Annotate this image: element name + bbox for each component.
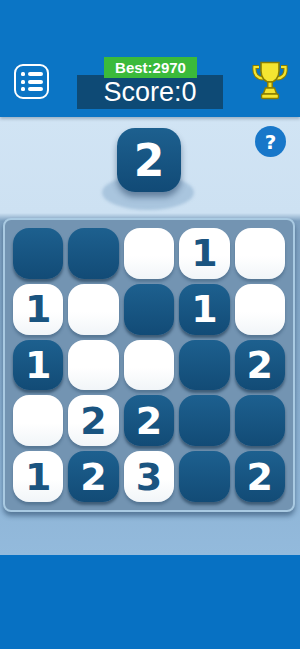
board-cell-r2c4[interactable]: 1 [179,284,229,335]
board-cell-r2c2[interactable] [68,284,118,335]
board-cell-r1c4[interactable]: 1 [179,228,229,279]
board-cell-r3c3[interactable] [124,340,174,391]
trophy-icon[interactable] [251,59,289,101]
tile-number: 1 [191,234,217,272]
board-cell-r4c2[interactable]: 2 [68,395,118,446]
tile-number: 2 [80,402,106,440]
board-cell-r5c5[interactable]: 2 [235,451,285,502]
menu-button[interactable] [14,64,49,99]
next-tile-value: 2 [134,135,165,186]
tile-number: 2 [136,402,162,440]
board-cell-r5c4[interactable] [179,451,229,502]
board-cell-r3c4[interactable] [179,340,229,391]
board-cell-r5c3[interactable]: 3 [124,451,174,502]
tile-number: 1 [25,290,51,328]
board-cell-r5c1[interactable]: 1 [13,451,63,502]
board-cell-r5c2[interactable]: 2 [68,451,118,502]
board-cell-r3c5[interactable]: 2 [235,340,285,391]
menu-list-icon [21,72,43,76]
tile-number: 2 [247,346,273,384]
board-cell-r3c2[interactable] [68,340,118,391]
board-cell-r2c3[interactable] [124,284,174,335]
board-cell-r4c1[interactable] [13,395,63,446]
tile-number: 1 [191,290,217,328]
board: 11112221232 [3,218,295,512]
board-cell-r1c5[interactable] [235,228,285,279]
tile-number: 1 [25,346,51,384]
board-cell-r2c5[interactable] [235,284,285,335]
footer-bar [0,555,300,649]
board-cell-r4c3[interactable]: 2 [124,395,174,446]
board-cell-r1c2[interactable] [68,228,118,279]
board-cell-r2c1[interactable]: 1 [13,284,63,335]
board-cell-r4c4[interactable] [179,395,229,446]
play-area: 2 ? 11112221232 [0,117,300,555]
app-screen: Best:2970 Score:0 2 ? 11112221232 [0,0,300,649]
tile-number: 2 [247,458,273,496]
best-score-badge: Best:2970 [104,57,197,78]
tile-number: 1 [25,458,51,496]
board-cell-r3c1[interactable]: 1 [13,340,63,391]
help-button[interactable]: ? [255,126,286,157]
board-cell-r1c1[interactable] [13,228,63,279]
question-mark-icon: ? [265,130,277,154]
board-cell-r4c5[interactable] [235,395,285,446]
tile-number: 3 [136,458,162,496]
header-bar: Best:2970 Score:0 [0,0,300,117]
tile-number: 2 [80,458,106,496]
next-tile: 2 [117,128,181,192]
board-cell-r1c3[interactable] [124,228,174,279]
score-display: Score:0 [77,75,223,109]
